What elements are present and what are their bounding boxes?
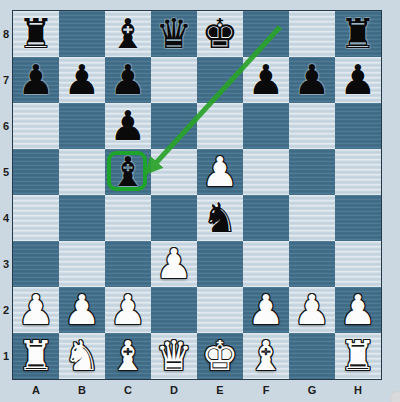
square-d6[interactable]	[151, 103, 197, 149]
white-bishop[interactable]: ♝	[248, 333, 285, 379]
square-b2[interactable]: ♟	[59, 287, 105, 333]
rank-label-3: 3	[0, 241, 12, 287]
square-f7[interactable]: ♟	[243, 57, 289, 103]
square-c5[interactable]: ♝	[105, 149, 151, 195]
square-a6[interactable]	[13, 103, 59, 149]
square-c3[interactable]	[105, 241, 151, 287]
square-c8[interactable]: ♝	[105, 11, 151, 57]
square-g8[interactable]	[289, 11, 335, 57]
white-pawn[interactable]: ♟	[248, 287, 285, 333]
square-f4[interactable]	[243, 195, 289, 241]
black-pawn[interactable]: ♟	[64, 57, 101, 103]
square-g5[interactable]	[289, 149, 335, 195]
square-g7[interactable]: ♟	[289, 57, 335, 103]
square-f2[interactable]: ♟	[243, 287, 289, 333]
file-label-d: D	[151, 380, 197, 400]
rank-label-8: 8	[0, 11, 12, 57]
square-e5[interactable]: ♟	[197, 149, 243, 195]
rank-label-5: 5	[0, 149, 12, 195]
square-b6[interactable]	[59, 103, 105, 149]
square-g3[interactable]	[289, 241, 335, 287]
file-label-b: B	[59, 380, 105, 400]
square-f1[interactable]: ♝	[243, 333, 289, 379]
square-e1[interactable]: ♚	[197, 333, 243, 379]
square-b5[interactable]	[59, 149, 105, 195]
white-pawn[interactable]: ♟	[18, 287, 55, 333]
square-b4[interactable]	[59, 195, 105, 241]
white-queen[interactable]: ♛	[156, 333, 193, 379]
white-rook[interactable]: ♜	[340, 333, 377, 379]
square-g6[interactable]	[289, 103, 335, 149]
square-e3[interactable]	[197, 241, 243, 287]
square-a3[interactable]	[13, 241, 59, 287]
square-d2[interactable]	[151, 287, 197, 333]
white-bishop[interactable]: ♝	[110, 333, 147, 379]
white-king[interactable]: ♚	[202, 333, 239, 379]
square-f5[interactable]	[243, 149, 289, 195]
chess-board-app: 87654321 ♜♝♛♚♜♟♟♟♟♟♟♟♝♟♞♟♟♟♟♟♟♟♜♞♝♛♚♝♜ A…	[0, 0, 400, 402]
white-knight[interactable]: ♞	[64, 333, 101, 379]
black-king[interactable]: ♚	[202, 11, 239, 57]
black-bishop[interactable]: ♝	[110, 11, 147, 57]
file-labels: ABCDEFGH	[13, 380, 381, 400]
square-d1[interactable]: ♛	[151, 333, 197, 379]
square-d4[interactable]	[151, 195, 197, 241]
rank-label-2: 2	[0, 287, 12, 333]
black-rook[interactable]: ♜	[340, 11, 377, 57]
file-label-h: H	[335, 380, 381, 400]
rank-label-4: 4	[0, 195, 12, 241]
square-h3[interactable]	[335, 241, 381, 287]
square-h7[interactable]: ♟	[335, 57, 381, 103]
square-b1[interactable]: ♞	[59, 333, 105, 379]
rank-labels: 87654321	[0, 11, 12, 379]
white-pawn[interactable]: ♟	[156, 241, 193, 287]
square-g1[interactable]	[289, 333, 335, 379]
resize-grip[interactable]	[390, 391, 400, 402]
black-knight[interactable]: ♞	[202, 195, 239, 241]
file-label-e: E	[197, 380, 243, 400]
square-h1[interactable]: ♜	[335, 333, 381, 379]
black-pawn[interactable]: ♟	[110, 103, 147, 149]
square-h4[interactable]	[335, 195, 381, 241]
file-label-c: C	[105, 380, 151, 400]
white-pawn[interactable]: ♟	[110, 287, 147, 333]
white-pawn[interactable]: ♟	[64, 287, 101, 333]
square-b8[interactable]	[59, 11, 105, 57]
white-rook[interactable]: ♜	[18, 333, 55, 379]
file-label-a: A	[13, 380, 59, 400]
square-d5[interactable]	[151, 149, 197, 195]
square-f6[interactable]	[243, 103, 289, 149]
white-pawn[interactable]: ♟	[340, 287, 377, 333]
file-label-g: G	[289, 380, 335, 400]
file-label-f: F	[243, 380, 289, 400]
square-e7[interactable]	[197, 57, 243, 103]
white-pawn[interactable]: ♟	[294, 287, 331, 333]
rank-label-7: 7	[0, 57, 12, 103]
square-c7[interactable]: ♟	[105, 57, 151, 103]
square-e6[interactable]	[197, 103, 243, 149]
black-pawn[interactable]: ♟	[18, 57, 55, 103]
square-d3[interactable]: ♟	[151, 241, 197, 287]
square-d7[interactable]	[151, 57, 197, 103]
square-b3[interactable]	[59, 241, 105, 287]
square-c1[interactable]: ♝	[105, 333, 151, 379]
chess-board: ♜♝♛♚♜♟♟♟♟♟♟♟♝♟♞♟♟♟♟♟♟♟♜♞♝♛♚♝♜	[12, 10, 382, 380]
square-g2[interactable]: ♟	[289, 287, 335, 333]
black-queen[interactable]: ♛	[156, 11, 193, 57]
square-g4[interactable]	[289, 195, 335, 241]
black-bishop[interactable]: ♝	[110, 149, 147, 195]
rank-label-6: 6	[0, 103, 12, 149]
square-d8[interactable]: ♛	[151, 11, 197, 57]
square-h5[interactable]	[335, 149, 381, 195]
black-pawn[interactable]: ♟	[340, 57, 377, 103]
square-a7[interactable]: ♟	[13, 57, 59, 103]
square-h8[interactable]: ♜	[335, 11, 381, 57]
square-a2[interactable]: ♟	[13, 287, 59, 333]
black-pawn[interactable]: ♟	[294, 57, 331, 103]
square-f8[interactable]	[243, 11, 289, 57]
square-e8[interactable]: ♚	[197, 11, 243, 57]
square-c6[interactable]: ♟	[105, 103, 151, 149]
square-h6[interactable]	[335, 103, 381, 149]
square-a4[interactable]	[13, 195, 59, 241]
square-e2[interactable]	[197, 287, 243, 333]
square-a5[interactable]	[13, 149, 59, 195]
square-a1[interactable]: ♜	[13, 333, 59, 379]
square-c2[interactable]: ♟	[105, 287, 151, 333]
white-pawn[interactable]: ♟	[202, 149, 239, 195]
square-f3[interactable]	[243, 241, 289, 287]
black-pawn[interactable]: ♟	[110, 57, 147, 103]
square-c4[interactable]	[105, 195, 151, 241]
square-a8[interactable]: ♜	[13, 11, 59, 57]
square-e4[interactable]: ♞	[197, 195, 243, 241]
black-rook[interactable]: ♜	[18, 11, 55, 57]
square-b7[interactable]: ♟	[59, 57, 105, 103]
rank-label-1: 1	[0, 333, 12, 379]
black-pawn[interactable]: ♟	[248, 57, 285, 103]
square-h2[interactable]: ♟	[335, 287, 381, 333]
